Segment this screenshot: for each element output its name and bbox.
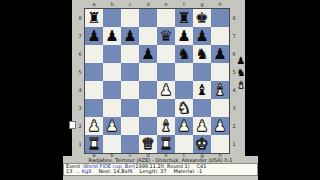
file-label-h: h xyxy=(211,1,229,7)
square-h4[interactable]: ♝ xyxy=(211,81,229,99)
white-pawn: ♟ xyxy=(193,117,211,135)
square-a2[interactable]: ♟ xyxy=(85,117,103,135)
square-f7[interactable]: ♟ xyxy=(175,27,193,45)
current-move[interactable]: ... Kg8 xyxy=(75,169,91,175)
square-b7[interactable]: ♟ xyxy=(103,27,121,45)
file-label-b: b xyxy=(103,1,121,7)
square-g4[interactable]: ♝ xyxy=(193,81,211,99)
black-pawn: ♟ xyxy=(193,27,211,45)
rank-label-1: 1 xyxy=(77,135,83,153)
black-pawn: ♟ xyxy=(211,45,229,63)
black-pawn: ♟ xyxy=(175,27,193,45)
square-d8[interactable] xyxy=(139,9,157,27)
square-d5[interactable] xyxy=(139,63,157,81)
rank-label-2: 2 xyxy=(77,117,83,135)
square-a4[interactable] xyxy=(85,81,103,99)
square-f2[interactable]: ♟ xyxy=(175,117,193,135)
file-label-a: a xyxy=(85,1,103,7)
black-pawn: ♟ xyxy=(85,27,103,45)
square-f4[interactable] xyxy=(175,81,193,99)
white-rook: ♜ xyxy=(85,135,103,153)
chess-board: ♜♜♚♟♟♟♛♟♟♟♞♞♟♟♝♝♞♟♟♝♟♟♟♜♛♜♚ xyxy=(84,8,230,154)
black-rook: ♜ xyxy=(175,9,193,27)
rank-label-7: 7 xyxy=(231,27,237,45)
square-c3[interactable] xyxy=(121,99,139,117)
file-label-g: g xyxy=(193,1,211,7)
white-rook: ♜ xyxy=(157,135,175,153)
material-balance: Material: -1 xyxy=(173,169,202,175)
black-bishop: ♝ xyxy=(193,81,211,99)
square-h1[interactable] xyxy=(211,135,229,153)
square-h7[interactable] xyxy=(211,27,229,45)
square-d3[interactable] xyxy=(139,99,157,117)
square-b4[interactable] xyxy=(103,81,121,99)
square-g8[interactable]: ♚ xyxy=(193,9,211,27)
material-black-pawn-icon: ♟ xyxy=(235,55,247,67)
square-e4[interactable]: ♟ xyxy=(157,81,175,99)
square-c5[interactable] xyxy=(121,63,139,81)
square-a5[interactable] xyxy=(85,63,103,81)
rank-label-4: 4 xyxy=(77,81,83,99)
rank-label-3: 3 xyxy=(77,99,83,117)
square-b5[interactable] xyxy=(103,63,121,81)
square-e3[interactable] xyxy=(157,99,175,117)
square-a3[interactable] xyxy=(85,99,103,117)
rank-label-8: 8 xyxy=(231,9,237,27)
square-g2[interactable]: ♟ xyxy=(193,117,211,135)
square-c8[interactable] xyxy=(121,9,139,27)
rank-labels-left: 87654321 xyxy=(77,9,83,153)
file-label-f: f xyxy=(175,1,193,7)
square-c1[interactable] xyxy=(121,135,139,153)
square-g3[interactable] xyxy=(193,99,211,117)
rank-label-2: 2 xyxy=(231,117,237,135)
next-move: Next: 14.Bxf6 xyxy=(98,169,132,175)
white-queen: ♛ xyxy=(139,135,157,153)
square-h5[interactable] xyxy=(211,63,229,81)
square-a1[interactable]: ♜ xyxy=(85,135,103,153)
square-e1[interactable]: ♜ xyxy=(157,135,175,153)
video-frame: abcdefgh 87654321 ♜♜♚♟♟♟♛♟♟♟♞♞♟♟♝♝♞♟♟♝♟♟… xyxy=(0,0,320,180)
square-a8[interactable]: ♜ xyxy=(85,9,103,27)
square-f1[interactable] xyxy=(175,135,193,153)
black-queen: ♛ xyxy=(157,27,175,45)
left-edge-widget[interactable] xyxy=(69,121,76,129)
square-e8[interactable] xyxy=(157,9,175,27)
square-e2[interactable]: ♝ xyxy=(157,117,175,135)
square-g5[interactable] xyxy=(193,63,211,81)
square-e6[interactable] xyxy=(157,45,175,63)
move-line: 13... Kg8Next: 14.Bxf6Length: 37Material… xyxy=(64,169,257,174)
white-bishop: ♝ xyxy=(211,81,229,99)
square-h6[interactable]: ♟ xyxy=(211,45,229,63)
rank-label-7: 7 xyxy=(77,27,83,45)
white-knight: ♞ xyxy=(175,99,193,117)
black-pawn: ♟ xyxy=(139,45,157,63)
square-b2[interactable]: ♟ xyxy=(103,117,121,135)
square-h3[interactable] xyxy=(211,99,229,117)
square-c7[interactable]: ♟ xyxy=(121,27,139,45)
file-label-c: c xyxy=(121,1,139,7)
material-black-knight-icon: ♞ xyxy=(235,67,247,79)
file-label-e: e xyxy=(157,1,175,7)
move-number: 13 xyxy=(66,169,72,175)
square-h2[interactable]: ♟ xyxy=(211,117,229,135)
square-b6[interactable] xyxy=(103,45,121,63)
rank-label-5: 5 xyxy=(77,63,83,81)
square-d1[interactable]: ♛ xyxy=(139,135,157,153)
white-pawn: ♟ xyxy=(211,117,229,135)
square-f6[interactable]: ♞ xyxy=(175,45,193,63)
square-f5[interactable] xyxy=(175,63,193,81)
black-knight: ♞ xyxy=(175,45,193,63)
square-d6[interactable]: ♟ xyxy=(139,45,157,63)
file-labels-top: abcdefgh xyxy=(85,1,229,7)
black-rook: ♜ xyxy=(85,9,103,27)
square-f3[interactable]: ♞ xyxy=(175,99,193,117)
square-e5[interactable] xyxy=(157,63,175,81)
square-h8[interactable] xyxy=(211,9,229,27)
white-pawn: ♟ xyxy=(157,81,175,99)
rank-label-1: 1 xyxy=(231,135,237,153)
square-c4[interactable] xyxy=(121,81,139,99)
square-a7[interactable]: ♟ xyxy=(85,27,103,45)
square-b1[interactable] xyxy=(103,135,121,153)
rank-label-3: 3 xyxy=(231,99,237,117)
rank-label-8: 8 xyxy=(77,9,83,27)
square-b3[interactable] xyxy=(103,99,121,117)
square-a6[interactable] xyxy=(85,45,103,63)
square-g6[interactable]: ♞ xyxy=(193,45,211,63)
square-g1[interactable]: ♚ xyxy=(193,135,211,153)
game-length: Length: 37 xyxy=(140,169,167,175)
square-g7[interactable]: ♟ xyxy=(193,27,211,45)
white-pawn: ♟ xyxy=(175,117,193,135)
white-bishop: ♝ xyxy=(157,117,175,135)
square-d4[interactable] xyxy=(139,81,157,99)
black-pawn: ♟ xyxy=(103,27,121,45)
file-label-d: d xyxy=(139,1,157,7)
game-info-box: Event : World FIDE cup, Ber (1999.11.20,… xyxy=(63,163,258,176)
square-c2[interactable] xyxy=(121,117,139,135)
white-pawn: ♟ xyxy=(85,117,103,135)
square-f8[interactable]: ♜ xyxy=(175,9,193,27)
black-knight: ♞ xyxy=(193,45,211,63)
black-pawn: ♟ xyxy=(121,27,139,45)
rank-label-6: 6 xyxy=(77,45,83,63)
square-d2[interactable] xyxy=(139,117,157,135)
square-c6[interactable] xyxy=(121,45,139,63)
square-d7[interactable] xyxy=(139,27,157,45)
white-pawn: ♟ xyxy=(103,117,121,135)
square-e7[interactable]: ♛ xyxy=(157,27,175,45)
material-white-bishop-icon: ♝ xyxy=(235,79,247,91)
material-tray: ♟♞♝ xyxy=(235,55,247,91)
square-b8[interactable] xyxy=(103,9,121,27)
black-king: ♚ xyxy=(193,9,211,27)
white-king: ♚ xyxy=(193,135,211,153)
